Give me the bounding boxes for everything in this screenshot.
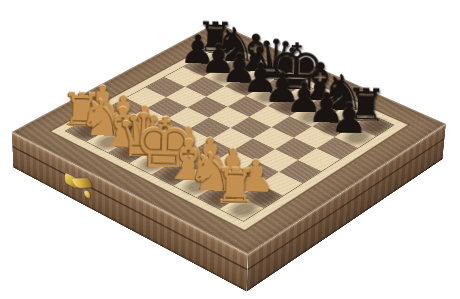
chess-storage-box: ♜♟♟♜♞♟♟♞♝♟♟♝♛♟♟♛♚♟♟♚♝♟♟♝♞♟♟♞♜♟♟♜ [12, 23, 446, 255]
box-top-frame: ♜♟♟♜♞♟♟♞♝♟♟♝♛♟♟♛♚♟♟♚♝♟♟♝♞♟♟♞♜♟♟♜ [12, 23, 446, 255]
piece-black-pawn[interactable]: ♟ [329, 97, 368, 140]
scene-tilt: ♜♟♟♜♞♟♟♞♝♟♟♝♛♟♟♛♚♟♟♚♝♟♟♝♞♟♟♞♜♟♟♜ [0, 0, 460, 299]
latch-knob [84, 189, 90, 199]
scene: ♜♟♟♜♞♟♟♞♝♟♟♝♛♟♟♛♚♟♟♚♝♟♟♝♞♟♟♞♜♟♟♜ [0, 0, 460, 299]
chess-set-photo: ♜♟♟♜♞♟♟♞♝♟♟♝♛♟♟♛♚♟♟♚♝♟♟♝♞♟♟♞♜♟♟♜ [0, 0, 460, 299]
